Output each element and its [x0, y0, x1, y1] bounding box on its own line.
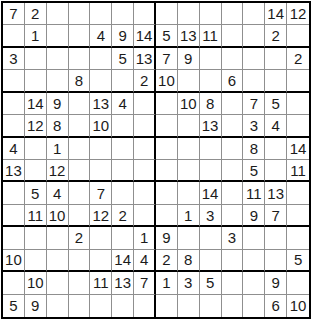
cell-r11c2-empty[interactable]	[25, 227, 47, 249]
cell-r3c11-empty[interactable]	[222, 48, 244, 70]
cell-r8c8-empty[interactable]	[156, 160, 178, 182]
cell-r7c4-empty[interactable]	[69, 138, 91, 160]
cell-r8c13-empty[interactable]	[265, 160, 287, 182]
cell-r9c1-empty[interactable]	[3, 182, 25, 204]
cell-r14c2-given[interactable]: 9	[25, 295, 47, 317]
cell-r12c5-empty[interactable]	[90, 250, 112, 272]
cell-r8c11-empty[interactable]	[222, 160, 244, 182]
sudoku-board: 7214121491451311235137928210614913410875…	[0, 0, 312, 320]
cell-r7c11-empty[interactable]	[222, 138, 244, 160]
cell-r7c1-given[interactable]: 4	[3, 138, 25, 160]
cell-r13c1-empty[interactable]	[3, 272, 25, 294]
cell-r12c2-empty[interactable]	[25, 250, 47, 272]
cell-r7c9-empty[interactable]	[178, 138, 200, 160]
cell-r14c13-given[interactable]: 6	[265, 295, 287, 317]
cell-r13c7-given[interactable]: 7	[134, 272, 156, 294]
cell-r14c8-empty[interactable]	[156, 295, 178, 317]
cell-r4c1-empty[interactable]	[3, 70, 25, 92]
cell-r5c4-empty[interactable]	[69, 93, 91, 115]
cell-r3c3-empty[interactable]	[47, 48, 69, 70]
cell-r2c2-given[interactable]: 1	[25, 25, 47, 47]
cell-r2c14-empty[interactable]	[287, 25, 309, 47]
cell-r9c14-empty[interactable]	[287, 182, 309, 204]
cell-r11c12-empty[interactable]	[243, 227, 265, 249]
cell-r2c5-given[interactable]: 4	[90, 25, 112, 47]
cell-r5c6-given[interactable]: 4	[112, 93, 134, 115]
cell-r5c13-given[interactable]: 5	[265, 93, 287, 115]
cell-r10c6-given[interactable]: 2	[112, 205, 134, 227]
cell-r10c12-given[interactable]: 9	[243, 205, 265, 227]
cell-r12c11-empty[interactable]	[222, 250, 244, 272]
cell-r4c6-empty[interactable]	[112, 70, 134, 92]
cell-r10c5-given[interactable]: 12	[90, 205, 112, 227]
cell-r6c2-given[interactable]: 12	[25, 115, 47, 137]
cell-r10c14-empty[interactable]	[287, 205, 309, 227]
cell-r6c8-empty[interactable]	[156, 115, 178, 137]
cell-r6c7-empty[interactable]	[134, 115, 156, 137]
cell-r11c9-empty[interactable]	[178, 227, 200, 249]
cell-r8c9-empty[interactable]	[178, 160, 200, 182]
cell-r4c12-empty[interactable]	[243, 70, 265, 92]
cell-r12c4-empty[interactable]	[69, 250, 91, 272]
cell-r3c9-given[interactable]: 9	[178, 48, 200, 70]
cell-r5c11-empty[interactable]	[222, 93, 244, 115]
cell-r13c11-empty[interactable]	[222, 272, 244, 294]
cell-r2c3-empty[interactable]	[47, 25, 69, 47]
cell-r14c10-empty[interactable]	[200, 295, 222, 317]
cell-r5c2-given[interactable]: 14	[25, 93, 47, 115]
cell-r14c11-empty[interactable]	[222, 295, 244, 317]
cell-r11c13-empty[interactable]	[265, 227, 287, 249]
cell-r2c13-given[interactable]: 2	[265, 25, 287, 47]
cell-r3c4-empty[interactable]	[69, 48, 91, 70]
cell-r2c8-given[interactable]: 5	[156, 25, 178, 47]
cell-r13c2-given[interactable]: 10	[25, 272, 47, 294]
cell-r6c9-empty[interactable]	[178, 115, 200, 137]
cell-r11c3-empty[interactable]	[47, 227, 69, 249]
cell-r8c14-given[interactable]: 11	[287, 160, 309, 182]
cell-r10c10-given[interactable]: 3	[200, 205, 222, 227]
cell-r11c6-empty[interactable]	[112, 227, 134, 249]
cell-r10c1-empty[interactable]	[3, 205, 25, 227]
cell-r14c14-given[interactable]: 10	[287, 295, 309, 317]
cell-r4c7-given[interactable]: 2	[134, 70, 156, 92]
cell-r12c8-given[interactable]: 2	[156, 250, 178, 272]
cell-r1c2-given[interactable]: 2	[25, 3, 47, 25]
cell-r9c6-empty[interactable]	[112, 182, 134, 204]
cell-r5c7-empty[interactable]	[134, 93, 156, 115]
cell-r1c12-empty[interactable]	[243, 3, 265, 25]
cell-r2c6-given[interactable]: 9	[112, 25, 134, 47]
cell-r6c1-empty[interactable]	[3, 115, 25, 137]
cell-r6c6-empty[interactable]	[112, 115, 134, 137]
cell-r2c4-empty[interactable]	[69, 25, 91, 47]
cell-r1c4-empty[interactable]	[69, 3, 91, 25]
cell-r4c14-empty[interactable]	[287, 70, 309, 92]
cell-r3c13-empty[interactable]	[265, 48, 287, 70]
cell-r11c8-given[interactable]: 9	[156, 227, 178, 249]
cell-r1c11-empty[interactable]	[222, 3, 244, 25]
cell-r4c11-given[interactable]: 6	[222, 70, 244, 92]
cell-r4c5-empty[interactable]	[90, 70, 112, 92]
cell-r6c12-given[interactable]: 3	[243, 115, 265, 137]
cell-r14c7-empty[interactable]	[134, 295, 156, 317]
cell-r12c6-given[interactable]: 14	[112, 250, 134, 272]
cell-r6c14-empty[interactable]	[287, 115, 309, 137]
cell-r14c12-empty[interactable]	[243, 295, 265, 317]
cell-r5c8-empty[interactable]	[156, 93, 178, 115]
cell-r12c3-empty[interactable]	[47, 250, 69, 272]
cell-r2c10-given[interactable]: 11	[200, 25, 222, 47]
cell-r5c10-given[interactable]: 8	[200, 93, 222, 115]
cell-r6c4-empty[interactable]	[69, 115, 91, 137]
cell-r7c13-empty[interactable]	[265, 138, 287, 160]
cell-r1c6-empty[interactable]	[112, 3, 134, 25]
cell-r12c10-empty[interactable]	[200, 250, 222, 272]
cell-r5c3-given[interactable]: 9	[47, 93, 69, 115]
cell-r13c12-empty[interactable]	[243, 272, 265, 294]
cell-r2c7-given[interactable]: 14	[134, 25, 156, 47]
cell-r3c5-empty[interactable]	[90, 48, 112, 70]
cell-r12c9-given[interactable]: 8	[178, 250, 200, 272]
cell-r5c9-given[interactable]: 10	[178, 93, 200, 115]
cell-r8c12-given[interactable]: 5	[243, 160, 265, 182]
cell-r13c6-given[interactable]: 13	[112, 272, 134, 294]
cell-r9c2-given[interactable]: 5	[25, 182, 47, 204]
cell-r13c10-given[interactable]: 5	[200, 272, 222, 294]
cell-r4c9-empty[interactable]	[178, 70, 200, 92]
cell-r5c5-given[interactable]: 13	[90, 93, 112, 115]
cell-r9c9-empty[interactable]	[178, 182, 200, 204]
cell-r11c4-given[interactable]: 2	[69, 227, 91, 249]
cell-r1c3-empty[interactable]	[47, 3, 69, 25]
cell-r9c11-empty[interactable]	[222, 182, 244, 204]
cell-r8c10-empty[interactable]	[200, 160, 222, 182]
cell-r4c13-empty[interactable]	[265, 70, 287, 92]
cell-r12c7-given[interactable]: 4	[134, 250, 156, 272]
cell-r10c11-empty[interactable]	[222, 205, 244, 227]
cell-r10c7-empty[interactable]	[134, 205, 156, 227]
cell-r12c12-empty[interactable]	[243, 250, 265, 272]
cell-r7c10-empty[interactable]	[200, 138, 222, 160]
cell-r3c1-given[interactable]: 3	[3, 48, 25, 70]
cell-r8c6-empty[interactable]	[112, 160, 134, 182]
cell-r1c9-empty[interactable]	[178, 3, 200, 25]
cell-r14c3-empty[interactable]	[47, 295, 69, 317]
cell-r9c7-empty[interactable]	[134, 182, 156, 204]
cell-r14c6-empty[interactable]	[112, 295, 134, 317]
cell-r13c8-given[interactable]: 1	[156, 272, 178, 294]
cell-r10c4-empty[interactable]	[69, 205, 91, 227]
cell-r14c5-empty[interactable]	[90, 295, 112, 317]
cell-r14c4-empty[interactable]	[69, 295, 91, 317]
cell-r1c5-empty[interactable]	[90, 3, 112, 25]
cell-r9c8-empty[interactable]	[156, 182, 178, 204]
cell-r3c14-given[interactable]: 2	[287, 48, 309, 70]
cell-r3c8-given[interactable]: 7	[156, 48, 178, 70]
cell-r7c14-given[interactable]: 14	[287, 138, 309, 160]
cell-r2c12-empty[interactable]	[243, 25, 265, 47]
cell-r10c8-empty[interactable]	[156, 205, 178, 227]
cell-r1c8-empty[interactable]	[156, 3, 178, 25]
cell-r12c13-empty[interactable]	[265, 250, 287, 272]
cell-r14c1-given[interactable]: 5	[3, 295, 25, 317]
cell-r12c14-given[interactable]: 5	[287, 250, 309, 272]
cell-r3c10-empty[interactable]	[200, 48, 222, 70]
cell-r4c8-given[interactable]: 10	[156, 70, 178, 92]
cell-r5c14-empty[interactable]	[287, 93, 309, 115]
cell-r2c9-given[interactable]: 13	[178, 25, 200, 47]
cell-r10c3-given[interactable]: 10	[47, 205, 69, 227]
cell-r9c3-given[interactable]: 4	[47, 182, 69, 204]
cell-r4c10-empty[interactable]	[200, 70, 222, 92]
cell-r1c14-given[interactable]: 12	[287, 3, 309, 25]
cell-r7c2-empty[interactable]	[25, 138, 47, 160]
cell-r10c2-given[interactable]: 11	[25, 205, 47, 227]
cell-r3c6-given[interactable]: 5	[112, 48, 134, 70]
cell-r7c12-given[interactable]: 8	[243, 138, 265, 160]
cell-r9c4-empty[interactable]	[69, 182, 91, 204]
cell-r3c2-empty[interactable]	[25, 48, 47, 70]
cell-r14c9-empty[interactable]	[178, 295, 200, 317]
cell-r8c7-empty[interactable]	[134, 160, 156, 182]
cell-r4c3-empty[interactable]	[47, 70, 69, 92]
cell-r13c13-given[interactable]: 9	[265, 272, 287, 294]
cell-r1c1-given[interactable]: 7	[3, 3, 25, 25]
cell-r11c11-given[interactable]: 3	[222, 227, 244, 249]
cell-r10c13-given[interactable]: 7	[265, 205, 287, 227]
cell-r11c1-empty[interactable]	[3, 227, 25, 249]
cell-r8c1-given[interactable]: 13	[3, 160, 25, 182]
cell-r5c1-empty[interactable]	[3, 93, 25, 115]
cell-r1c13-given[interactable]: 14	[265, 3, 287, 25]
cell-r13c14-empty[interactable]	[287, 272, 309, 294]
cell-r12c1-given[interactable]: 10	[3, 250, 25, 272]
cell-r1c7-empty[interactable]	[134, 3, 156, 25]
cell-r7c8-empty[interactable]	[156, 138, 178, 160]
cell-r9c13-given[interactable]: 13	[265, 182, 287, 204]
cell-r7c6-empty[interactable]	[112, 138, 134, 160]
cell-r1c10-empty[interactable]	[200, 3, 222, 25]
cell-r6c3-given[interactable]: 8	[47, 115, 69, 137]
cell-r4c4-given[interactable]: 8	[69, 70, 91, 92]
cell-r8c2-empty[interactable]	[25, 160, 47, 182]
cell-r13c9-given[interactable]: 3	[178, 272, 200, 294]
sudoku-grid: 7214121491451311235137928210614913410875…	[1, 1, 311, 319]
cell-r7c7-empty[interactable]	[134, 138, 156, 160]
cell-r10c9-given[interactable]: 1	[178, 205, 200, 227]
cell-r8c5-empty[interactable]	[90, 160, 112, 182]
cell-r7c3-given[interactable]: 1	[47, 138, 69, 160]
cell-r3c12-empty[interactable]	[243, 48, 265, 70]
cell-r11c10-empty[interactable]	[200, 227, 222, 249]
cell-r6c10-given[interactable]: 13	[200, 115, 222, 137]
cell-r8c3-given[interactable]: 12	[47, 160, 69, 182]
cell-r13c3-empty[interactable]	[47, 272, 69, 294]
cell-r5c12-given[interactable]: 7	[243, 93, 265, 115]
cell-r9c5-given[interactable]: 7	[90, 182, 112, 204]
cell-r11c14-empty[interactable]	[287, 227, 309, 249]
cell-r6c11-empty[interactable]	[222, 115, 244, 137]
cell-r13c5-given[interactable]: 11	[90, 272, 112, 294]
cell-r9c10-given[interactable]: 14	[200, 182, 222, 204]
cell-r11c7-given[interactable]: 1	[134, 227, 156, 249]
cell-r4c2-empty[interactable]	[25, 70, 47, 92]
cell-r11c5-empty[interactable]	[90, 227, 112, 249]
cell-r6c5-given[interactable]: 10	[90, 115, 112, 137]
cell-r7c5-empty[interactable]	[90, 138, 112, 160]
cell-r9c12-given[interactable]: 11	[243, 182, 265, 204]
cell-r3c7-given[interactable]: 13	[134, 48, 156, 70]
cell-r2c1-empty[interactable]	[3, 25, 25, 47]
cell-r13c4-empty[interactable]	[69, 272, 91, 294]
cell-r2c11-empty[interactable]	[222, 25, 244, 47]
cell-r8c4-empty[interactable]	[69, 160, 91, 182]
cell-r6c13-given[interactable]: 4	[265, 115, 287, 137]
